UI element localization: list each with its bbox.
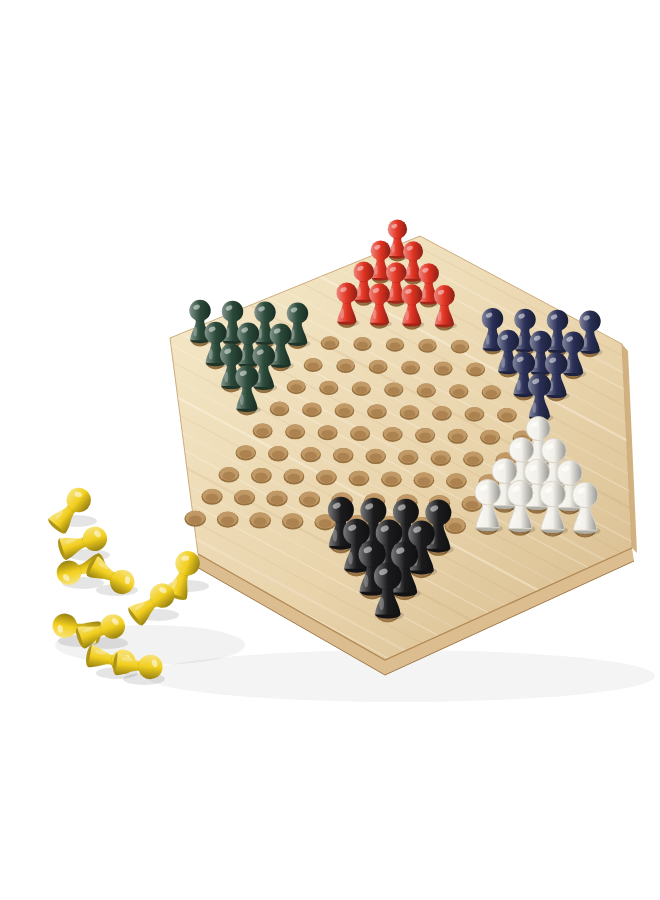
chinese-checkers-board	[0, 0, 660, 900]
peg-yellow[interactable]	[45, 483, 96, 537]
product-photo-scene	[0, 0, 660, 900]
